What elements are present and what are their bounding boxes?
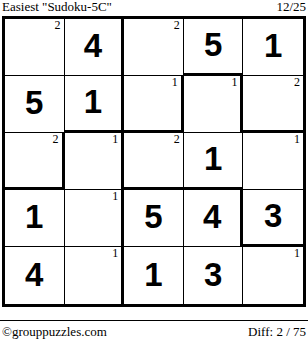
cell-value: 4 bbox=[25, 258, 43, 291]
cell-r5c3[interactable]: 1 bbox=[124, 247, 184, 304]
pencil-mark: 1 bbox=[294, 247, 300, 260]
pencil-mark: 1 bbox=[231, 76, 237, 89]
cell-r1c3[interactable]: 2 bbox=[124, 19, 184, 76]
cell-r2c2[interactable]: 1 bbox=[65, 76, 125, 133]
difficulty-text: Diff: 2 / 75 bbox=[248, 325, 306, 339]
cell-value: 5 bbox=[25, 86, 43, 119]
pencil-mark: 2 bbox=[294, 76, 300, 89]
cell-r3c5[interactable]: 1 bbox=[243, 133, 303, 190]
cell-r5c5[interactable]: 1 bbox=[243, 247, 303, 304]
cell-r1c4[interactable]: 5 bbox=[184, 19, 244, 76]
puzzle-index: 12/25 bbox=[276, 0, 306, 14]
cell-r1c1[interactable]: 2 bbox=[5, 19, 65, 76]
cell-value: 5 bbox=[144, 200, 162, 233]
pencil-mark: 2 bbox=[174, 133, 180, 146]
footer: ©grouppuzzles.com Diff: 2 / 75 bbox=[2, 325, 306, 339]
cell-value: 3 bbox=[264, 199, 282, 232]
cell-r1c2[interactable]: 4 bbox=[65, 19, 125, 76]
footer-divider bbox=[0, 320, 308, 321]
cell-value: 1 bbox=[144, 258, 162, 291]
cell-value: 4 bbox=[203, 200, 221, 233]
pencil-mark: 1 bbox=[112, 190, 118, 203]
pencil-mark: 2 bbox=[53, 133, 59, 146]
cell-r5c4[interactable]: 3 bbox=[184, 247, 244, 304]
cell-r4c4[interactable]: 4 bbox=[184, 190, 244, 247]
pencil-mark: 2 bbox=[174, 19, 180, 32]
pencil-mark: 1 bbox=[112, 247, 118, 260]
cell-r2c4[interactable]: 1 bbox=[184, 76, 244, 133]
cell-value: 1 bbox=[204, 142, 222, 175]
cell-r2c1[interactable]: 5 bbox=[5, 76, 65, 133]
cell-value: 1 bbox=[84, 85, 102, 118]
puzzle-title: Easiest "Sudoku-5C" bbox=[2, 0, 112, 14]
copyright-text: ©grouppuzzles.com bbox=[2, 325, 107, 339]
pencil-mark: 1 bbox=[112, 133, 118, 146]
board: 2425151112212111154341131 bbox=[2, 16, 306, 307]
pencil-mark: 1 bbox=[172, 76, 178, 89]
cell-value: 1 bbox=[264, 29, 282, 62]
cell-r4c3[interactable]: 5 bbox=[124, 190, 184, 247]
cell-r1c5[interactable]: 1 bbox=[243, 19, 303, 76]
cell-r3c2[interactable]: 1 bbox=[65, 133, 125, 190]
cell-r2c5[interactable]: 2 bbox=[243, 76, 303, 133]
cell-value: 3 bbox=[204, 258, 222, 291]
cell-r3c4[interactable]: 1 bbox=[184, 133, 244, 190]
cell-r3c1[interactable]: 2 bbox=[5, 133, 65, 190]
cell-r5c1[interactable]: 4 bbox=[5, 247, 65, 304]
header: Easiest "Sudoku-5C" 12/25 bbox=[2, 0, 306, 14]
cell-r4c2[interactable]: 1 bbox=[65, 190, 125, 247]
pencil-mark: 2 bbox=[55, 19, 61, 32]
cell-value: 1 bbox=[25, 200, 43, 233]
cell-value: 5 bbox=[204, 28, 222, 61]
cell-r4c5[interactable]: 3 bbox=[243, 190, 303, 247]
cell-r2c3[interactable]: 1 bbox=[124, 76, 184, 133]
cell-r3c3[interactable]: 2 bbox=[124, 133, 184, 190]
pencil-mark: 1 bbox=[294, 133, 300, 146]
cell-r5c2[interactable]: 1 bbox=[65, 247, 125, 304]
cell-value: 4 bbox=[84, 29, 102, 62]
cell-r4c1[interactable]: 1 bbox=[5, 190, 65, 247]
